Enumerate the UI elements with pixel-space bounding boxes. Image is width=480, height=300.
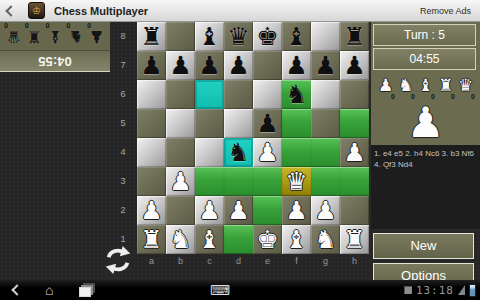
square-e7[interactable] bbox=[253, 51, 282, 80]
square-a7[interactable]: ♟ bbox=[137, 51, 166, 80]
square-b1[interactable]: ♞ bbox=[166, 225, 195, 254]
square-g5[interactable] bbox=[311, 109, 340, 138]
square-d3[interactable] bbox=[224, 167, 253, 196]
black-pawn-piece: ♟ bbox=[282, 51, 311, 79]
black-pawn-piece: ♟ bbox=[195, 51, 224, 79]
square-a3[interactable] bbox=[137, 167, 166, 196]
captured-count: 0 bbox=[25, 22, 29, 29]
black-pawn-piece: ♟ bbox=[311, 51, 340, 79]
selected-piece-display: ♟ bbox=[371, 100, 480, 145]
square-c1[interactable]: ♝ bbox=[195, 225, 224, 254]
square-b6[interactable] bbox=[166, 80, 195, 109]
rank-label-4: 4 bbox=[112, 138, 134, 167]
captured-queen: ♛0 bbox=[4, 22, 23, 50]
black-rook-piece: ♜ bbox=[340, 22, 369, 50]
square-c3[interactable] bbox=[195, 167, 224, 196]
white-pawn-piece: ♟ bbox=[340, 138, 369, 166]
white-pawn-icon: ♟ bbox=[407, 99, 445, 146]
square-e1[interactable]: ♚ bbox=[253, 225, 282, 254]
captured-count: 0 bbox=[66, 22, 70, 29]
white-queen-piece: ♛ bbox=[282, 167, 311, 195]
black-knight-piece: ♞ bbox=[282, 80, 311, 108]
black-pawn-piece: ♟ bbox=[253, 109, 282, 137]
rank-label-6: 6 bbox=[112, 80, 134, 109]
action-bar: ♔ Chess Multiplayer Remove Ads bbox=[0, 0, 480, 22]
square-c2[interactable]: ♟ bbox=[195, 196, 224, 225]
square-a2[interactable]: ♟ bbox=[137, 196, 166, 225]
square-d2[interactable]: ♟ bbox=[224, 196, 253, 225]
white-pawn-piece: ♟ bbox=[166, 167, 195, 195]
square-a4[interactable] bbox=[137, 138, 166, 167]
keyboard-picker-icon[interactable]: ⌨ bbox=[210, 282, 230, 298]
white-pawn-piece: ♟ bbox=[224, 196, 253, 224]
rank-labels: 87654321 bbox=[112, 22, 134, 254]
player-timer: 04:55 bbox=[373, 48, 476, 70]
turn-indicator: Turn : 5 bbox=[373, 24, 476, 46]
square-e4[interactable]: ♟ bbox=[253, 138, 282, 167]
captured-pawn: ♟0 bbox=[87, 22, 106, 50]
square-d7[interactable]: ♟ bbox=[224, 51, 253, 80]
square-f3[interactable]: ♛ bbox=[282, 167, 311, 196]
white-pawn-piece: ♟ bbox=[311, 196, 340, 224]
player-panel-top: Turn : 5 04:55 ♟0♞0♝0♜0♛0 ♟ bbox=[371, 22, 480, 145]
rank-label-7: 7 bbox=[112, 51, 134, 80]
signal-icon bbox=[458, 285, 465, 295]
android-home-icon[interactable]: ⌂ bbox=[45, 283, 53, 297]
rank-label-3: 3 bbox=[112, 167, 134, 196]
black-bishop-piece: ♝ bbox=[195, 22, 224, 50]
captured-knight: ♞0 bbox=[66, 22, 85, 50]
app-title: Chess Multiplayer bbox=[54, 5, 148, 17]
square-h2[interactable] bbox=[340, 196, 369, 225]
square-e6[interactable] bbox=[253, 80, 282, 109]
square-f2[interactable]: ♟ bbox=[282, 196, 311, 225]
file-label-c: c bbox=[195, 255, 224, 268]
captured-count: 0 bbox=[4, 22, 8, 29]
captured-queen: ♛0 bbox=[456, 72, 475, 100]
square-a5[interactable] bbox=[137, 109, 166, 138]
square-b5[interactable] bbox=[166, 109, 195, 138]
remove-ads-button[interactable]: Remove Ads bbox=[420, 6, 471, 16]
rank-label-2: 2 bbox=[112, 196, 134, 225]
player-panel: Turn : 5 04:55 ♟0♞0♝0♜0♛0 ♟ 1. e4 e5 2. … bbox=[371, 22, 480, 280]
android-back-icon[interactable] bbox=[11, 284, 22, 295]
system-clock: 13:18 bbox=[416, 284, 454, 297]
square-b4[interactable] bbox=[166, 138, 195, 167]
square-c4[interactable] bbox=[195, 138, 224, 167]
white-knight-piece: ♞ bbox=[166, 225, 195, 253]
square-b8[interactable] bbox=[166, 22, 195, 51]
square-f8[interactable]: ♝ bbox=[282, 22, 311, 51]
android-system-bar: ⌂ ⌨ 13:18 bbox=[0, 280, 480, 300]
square-h8[interactable]: ♜ bbox=[340, 22, 369, 51]
square-h4[interactable]: ♟ bbox=[340, 138, 369, 167]
square-e2[interactable] bbox=[253, 196, 282, 225]
app-icon: ♔ bbox=[28, 2, 45, 19]
captured-rook: ♜0 bbox=[436, 72, 455, 100]
square-g7[interactable]: ♟ bbox=[311, 51, 340, 80]
opponent-panel: 04:55 ♟0♞0♝0♜0♛0 bbox=[0, 22, 110, 72]
captured-count: 0 bbox=[46, 22, 50, 29]
swap-arrows-icon bbox=[103, 245, 133, 275]
square-g3[interactable] bbox=[311, 167, 340, 196]
captured-count: 0 bbox=[431, 93, 435, 100]
rank-label-5: 5 bbox=[112, 109, 134, 138]
captured-count: 0 bbox=[87, 22, 91, 29]
square-e3[interactable] bbox=[253, 167, 282, 196]
square-a8[interactable]: ♜ bbox=[137, 22, 166, 51]
captured-rook: ♜0 bbox=[25, 22, 44, 50]
black-pawn-piece: ♟ bbox=[137, 51, 166, 79]
captured-count: 0 bbox=[451, 93, 455, 100]
white-rook-piece: ♜ bbox=[137, 225, 166, 253]
white-pawn-piece: ♟ bbox=[195, 196, 224, 224]
white-bishop-piece: ♝ bbox=[195, 225, 224, 253]
crown-icon: ♔ bbox=[32, 6, 41, 16]
square-d8[interactable]: ♛ bbox=[224, 22, 253, 51]
white-king-piece: ♚ bbox=[253, 225, 282, 253]
opponent-timer: 04:55 bbox=[0, 50, 110, 72]
square-d6[interactable] bbox=[224, 80, 253, 109]
square-g4[interactable] bbox=[311, 138, 340, 167]
file-label-d: d bbox=[224, 255, 253, 268]
white-pawn-piece: ♟ bbox=[253, 138, 282, 166]
square-g2[interactable]: ♟ bbox=[311, 196, 340, 225]
black-pawn-piece: ♟ bbox=[340, 51, 369, 79]
black-knight-piece: ♞ bbox=[224, 138, 253, 166]
status-tray[interactable]: 13:18 bbox=[404, 280, 476, 300]
captured-bishop: ♝0 bbox=[46, 22, 65, 50]
battery-icon bbox=[469, 284, 476, 297]
square-b3[interactable]: ♟ bbox=[166, 167, 195, 196]
square-d5[interactable] bbox=[224, 109, 253, 138]
square-c6[interactable] bbox=[195, 80, 224, 109]
file-label-a: a bbox=[137, 255, 166, 268]
new-game-button[interactable]: New bbox=[373, 233, 474, 259]
square-c8[interactable]: ♝ bbox=[195, 22, 224, 51]
opponent-captured-tray: ♟0♞0♝0♜0♛0 bbox=[0, 22, 110, 50]
black-rook-piece: ♜ bbox=[137, 22, 166, 50]
white-bishop-piece: ♝ bbox=[282, 225, 311, 253]
square-g8[interactable] bbox=[311, 22, 340, 51]
white-rook-piece: ♜ bbox=[340, 225, 369, 253]
captured-count: 0 bbox=[471, 93, 475, 100]
file-label-b: b bbox=[166, 255, 195, 268]
square-f5[interactable] bbox=[282, 109, 311, 138]
captured-pawn: ♟0 bbox=[376, 72, 395, 100]
captured-knight: ♞0 bbox=[396, 72, 415, 100]
white-knight-piece: ♞ bbox=[311, 225, 340, 253]
square-d1[interactable] bbox=[224, 225, 253, 254]
rank-label-8: 8 bbox=[112, 22, 134, 51]
file-label-h: h bbox=[340, 255, 369, 268]
square-h6[interactable] bbox=[340, 80, 369, 109]
black-king-piece: ♚ bbox=[253, 22, 282, 50]
white-pawn-piece: ♟ bbox=[282, 196, 311, 224]
square-c5[interactable] bbox=[195, 109, 224, 138]
file-label-f: f bbox=[282, 255, 311, 268]
square-h1[interactable]: ♜ bbox=[340, 225, 369, 254]
square-b7[interactable]: ♟ bbox=[166, 51, 195, 80]
back-icon[interactable] bbox=[5, 5, 16, 16]
flip-board-icon[interactable] bbox=[103, 245, 133, 275]
notification-icon bbox=[404, 286, 412, 294]
square-h7[interactable]: ♟ bbox=[340, 51, 369, 80]
file-label-g: g bbox=[311, 255, 340, 268]
board: ♜♝♛♚♝♜♟♟♟♟♟♟♟♞♟♞♟♟♟♛♟♟♟♟♟♜♞♝♚♝♞♜ bbox=[137, 22, 369, 254]
black-pawn-piece: ♟ bbox=[224, 51, 253, 79]
square-h5[interactable] bbox=[340, 109, 369, 138]
square-c7[interactable]: ♟ bbox=[195, 51, 224, 80]
square-f7[interactable]: ♟ bbox=[282, 51, 311, 80]
square-g1[interactable]: ♞ bbox=[311, 225, 340, 254]
captured-count: 0 bbox=[411, 93, 415, 100]
square-a6[interactable] bbox=[137, 80, 166, 109]
black-pawn-piece: ♟ bbox=[166, 51, 195, 79]
square-a1[interactable]: ♜ bbox=[137, 225, 166, 254]
move-list: 1. e4 e5 2. h4 Nc6 3. b3 Nf6 4. Qf3 Nd4 bbox=[371, 145, 480, 229]
captured-bishop: ♝0 bbox=[416, 72, 435, 100]
chess-app-screen: ♔ Chess Multiplayer Remove Ads 04:55 ♟0♞… bbox=[0, 0, 480, 300]
square-b2[interactable] bbox=[166, 196, 195, 225]
file-labels: abcdefgh bbox=[137, 255, 369, 268]
square-f6[interactable]: ♞ bbox=[282, 80, 311, 109]
player-captured-tray: ♟0♞0♝0♜0♛0 bbox=[371, 72, 480, 100]
square-e8[interactable]: ♚ bbox=[253, 22, 282, 51]
square-e5[interactable]: ♟ bbox=[253, 109, 282, 138]
black-queen-piece: ♛ bbox=[224, 22, 253, 50]
square-h3[interactable] bbox=[340, 167, 369, 196]
square-f1[interactable]: ♝ bbox=[282, 225, 311, 254]
android-recents-icon[interactable] bbox=[79, 287, 91, 297]
white-pawn-piece: ♟ bbox=[137, 196, 166, 224]
file-label-e: e bbox=[253, 255, 282, 268]
square-g6[interactable] bbox=[311, 80, 340, 109]
square-d4[interactable]: ♞ bbox=[224, 138, 253, 167]
black-bishop-piece: ♝ bbox=[282, 22, 311, 50]
square-f4[interactable] bbox=[282, 138, 311, 167]
captured-count: 0 bbox=[391, 93, 395, 100]
